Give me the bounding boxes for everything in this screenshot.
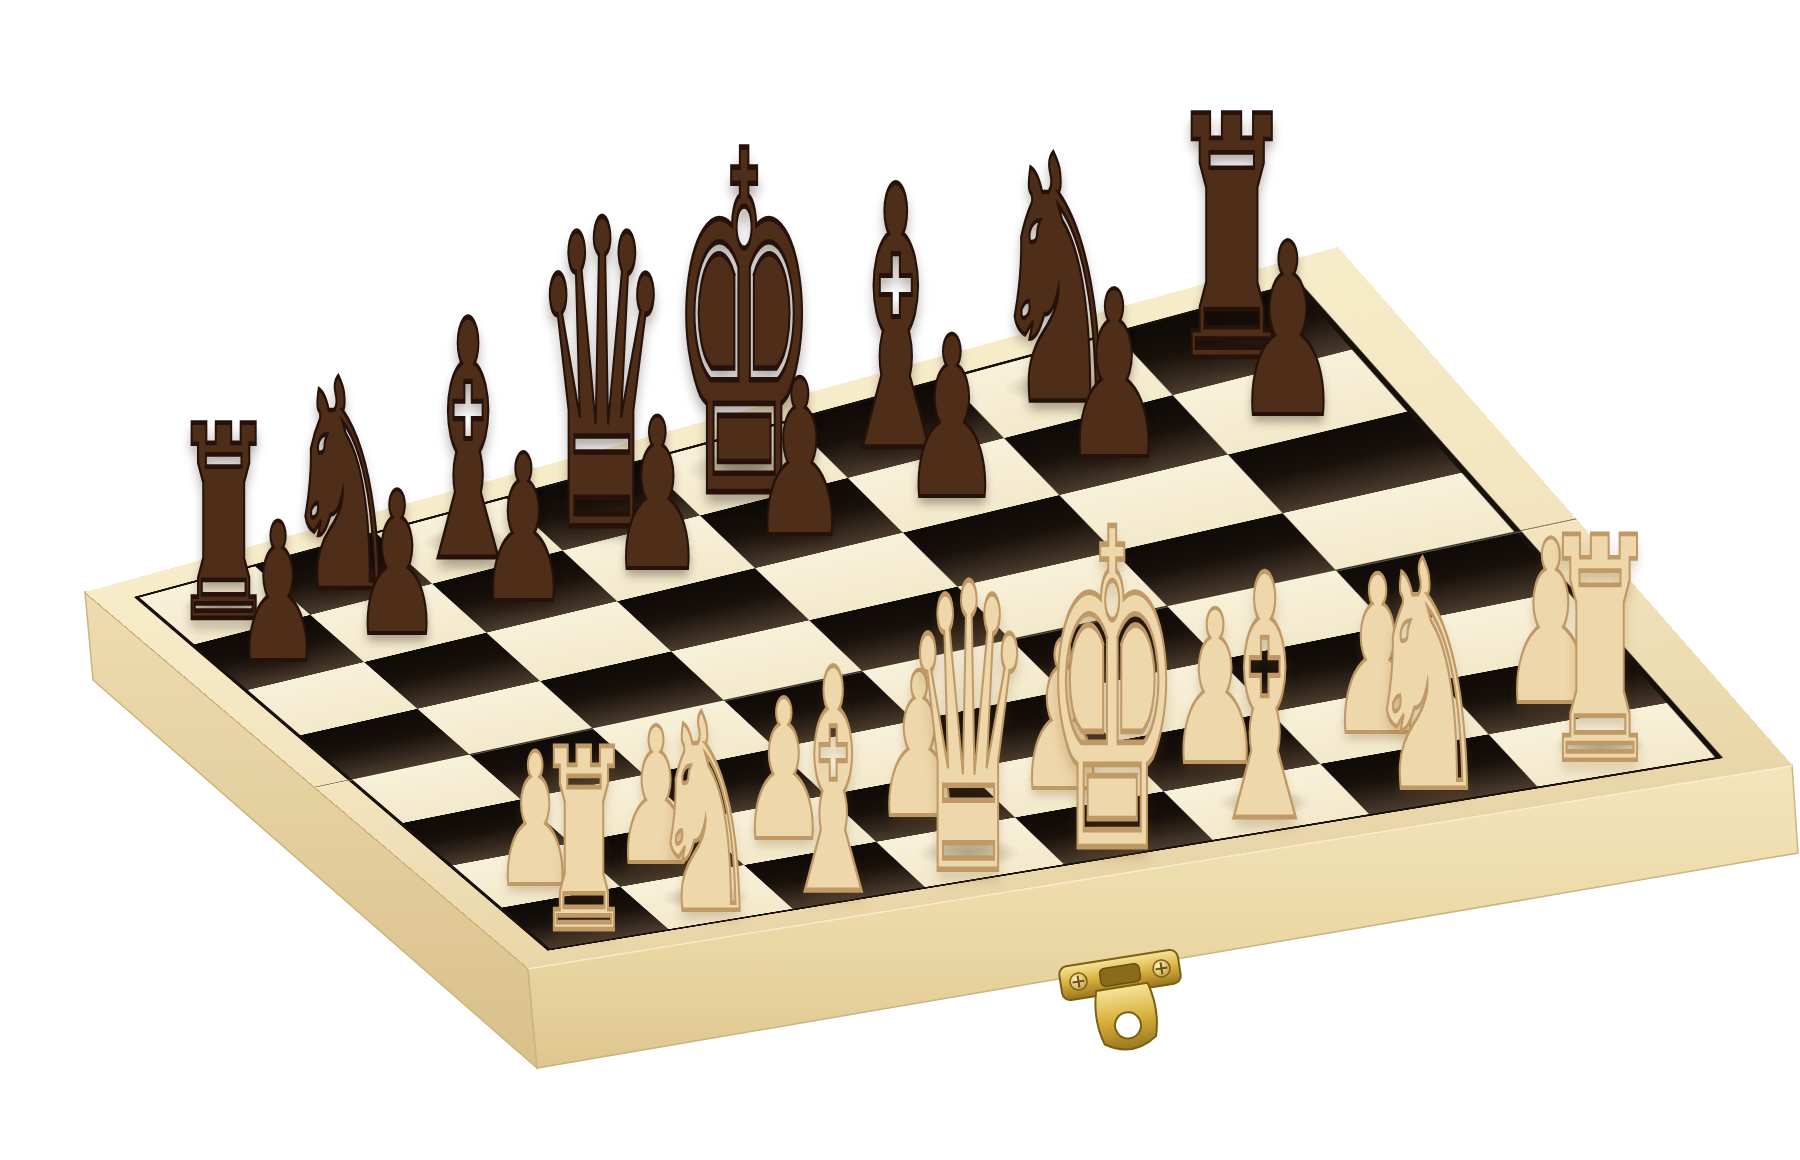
brass-clasp[interactable] — [1058, 949, 1191, 1059]
clasp-hasp[interactable] — [1092, 982, 1161, 1054]
chess-set-product-photo: ♜♞♝♛♚♝♞♜♟♟♟♟♟♟♟♟♟♟♟♟♟♟♟♟♜♞♝♛♚♝♞♜ — [0, 0, 1800, 1160]
